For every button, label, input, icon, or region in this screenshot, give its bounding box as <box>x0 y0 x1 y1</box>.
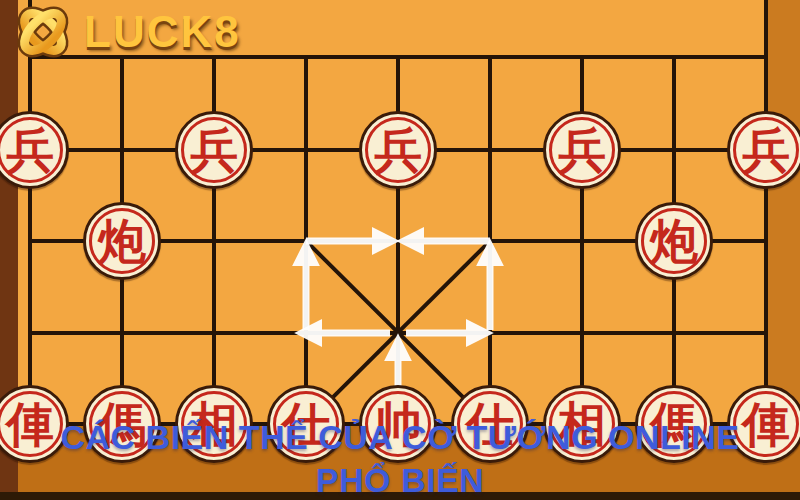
caption: CÁC BIẾN THỂ CỦA CỜ TƯỚNG ONLINE PHỔ BIẾ… <box>0 416 800 500</box>
logo-text: LUCK8 <box>84 7 241 57</box>
caption-line-2: PHỔ BIẾN <box>0 459 800 500</box>
red-soldier-piece[interactable]: 兵 <box>359 111 437 189</box>
red-cannon-piece[interactable]: 炮 <box>635 202 713 280</box>
piece-glyph: 炮 <box>650 217 698 265</box>
piece-glyph: 兵 <box>190 126 238 174</box>
piece-glyph: 炮 <box>98 217 146 265</box>
caption-line-1: CÁC BIẾN THỂ CỦA CỜ TƯỚNG ONLINE <box>0 416 800 459</box>
red-soldier-piece[interactable]: 兵 <box>727 111 800 189</box>
luck8-logo: LUCK8 <box>12 2 241 62</box>
red-soldier-piece[interactable]: 兵 <box>175 111 253 189</box>
piece-glyph: 兵 <box>558 126 606 174</box>
piece-glyph: 兵 <box>374 126 422 174</box>
piece-glyph: 兵 <box>742 126 790 174</box>
red-soldier-piece[interactable]: 兵 <box>543 111 621 189</box>
xiangqi-banner: 兵兵兵兵兵炮炮俥傌相仕帅仕相傌俥 LUCK8 CÁC BIẾN THỂ CỦA … <box>0 0 800 500</box>
piece-glyph: 兵 <box>6 126 54 174</box>
red-cannon-piece[interactable]: 炮 <box>83 202 161 280</box>
knot-icon <box>12 2 74 62</box>
